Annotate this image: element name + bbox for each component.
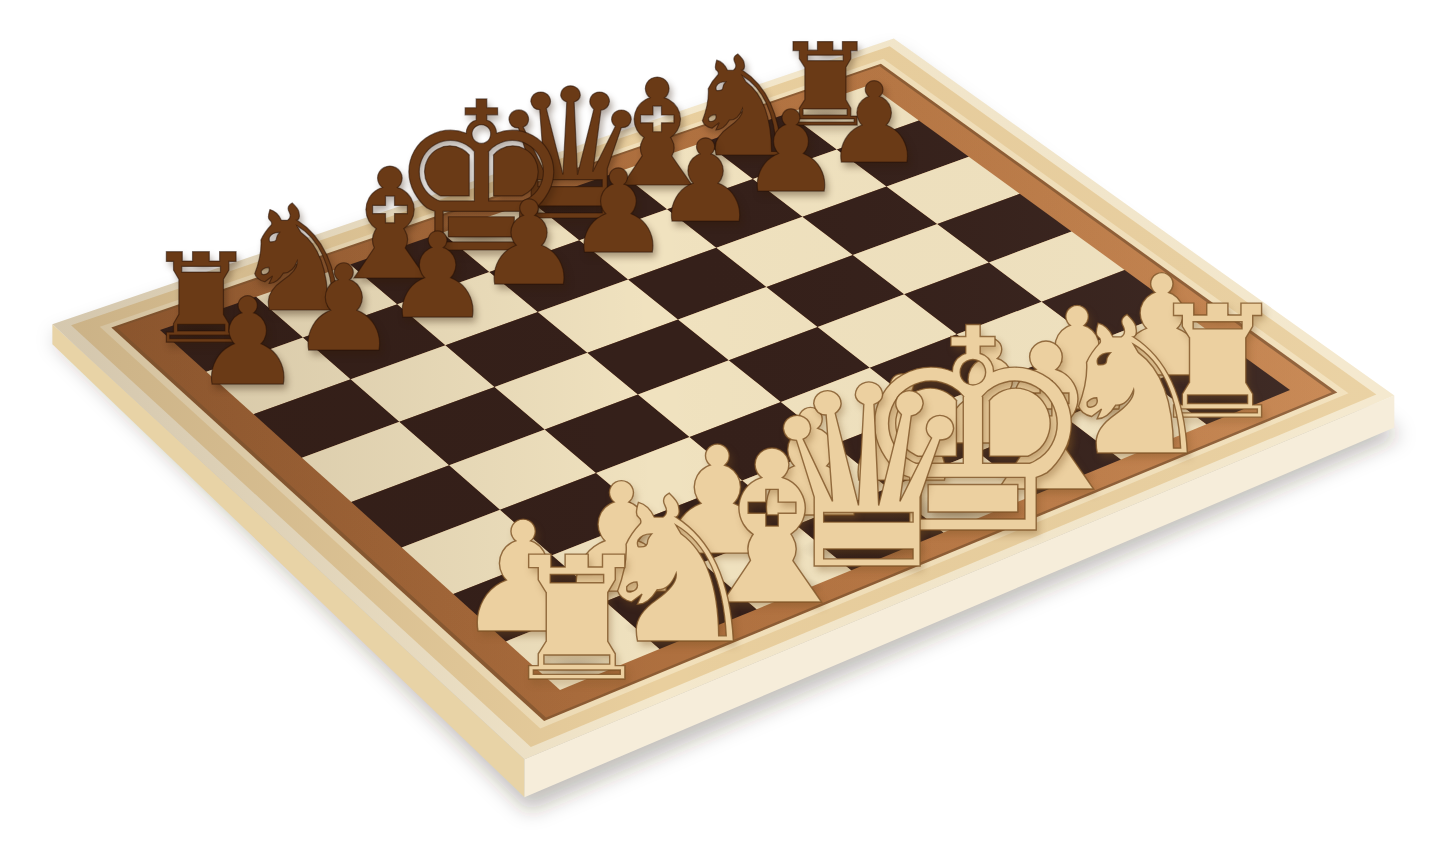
chess-board [0, 0, 1445, 842]
lighting-overlay [52, 38, 1394, 759]
chess-set-photo: ♜♞♟♝♟♛♟♚♟♝♟♞♟♜♟♟♟♟♜♟♞♟♝♟♚♟♛♟♝♟♞♜ [0, 0, 1445, 842]
